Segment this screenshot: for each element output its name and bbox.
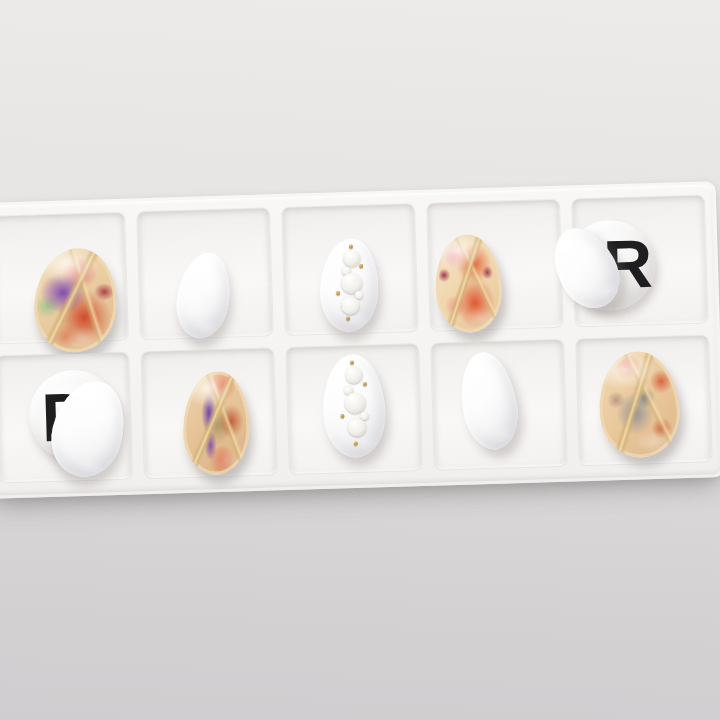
tray-cell-r1c2 (137, 208, 273, 338)
nail-tip-pearl-white (319, 238, 381, 333)
tray-cell-r2c5 (576, 335, 712, 465)
gold-bead (349, 244, 353, 248)
nail-tip-copper-marble (432, 233, 504, 335)
nail-tip-glossy-white (454, 348, 524, 454)
gold-bead (363, 381, 367, 385)
tray-cell-r2c1: D (0, 352, 132, 482)
gold-bead (359, 264, 363, 268)
gold-bead (336, 291, 340, 295)
nail-tip-copper-marble (31, 246, 121, 356)
nail-tip-tray: RD (0, 181, 720, 499)
tray-cell-r2c3 (286, 344, 422, 474)
photo-scene: RD (0, 0, 720, 720)
nail-tip-copper-marble (182, 371, 250, 475)
gold-bead (350, 360, 354, 364)
pearl-stud (360, 411, 368, 419)
tray-cell-r2c4 (431, 339, 567, 469)
tray-cell-r1c4 (427, 200, 563, 330)
nail-tip-copper-marble (595, 348, 683, 460)
pearl-stud (341, 296, 360, 315)
pearl-stud (343, 250, 361, 268)
pearl-stud (345, 366, 363, 384)
tray-cell-r1c1 (0, 213, 128, 343)
gold-bead (346, 317, 350, 321)
gold-bead (340, 413, 344, 417)
tray-cell-r1c3 (282, 204, 418, 334)
tray-cell-r1c5: R (572, 195, 708, 325)
nail-tip-glossy-white (172, 249, 236, 342)
nail-tip-pearl-white (321, 353, 388, 459)
tray-cell-r2c2 (141, 348, 277, 478)
gold-bead (354, 441, 358, 445)
tray-grid: RD (0, 195, 712, 482)
pearl-stud (347, 418, 366, 437)
pearl-stud (345, 392, 367, 414)
